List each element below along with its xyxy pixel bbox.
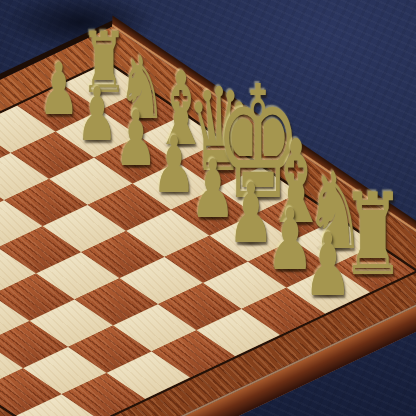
piece-white-pawn-d2: ♟ <box>152 125 196 203</box>
pieces-layer: ♜♞♝♛♚♝♞♜♟♟♟♟♟♟♟♟ <box>0 0 416 416</box>
piece-white-pawn-c2: ♟ <box>114 101 156 177</box>
piece-white-pawn-b2: ♟ <box>77 77 118 151</box>
piece-white-pawn-h2: ♟ <box>304 222 352 309</box>
piece-white-pawn-a2: ♟ <box>39 53 79 125</box>
chessboard-photo-scene: ♜♞♝♛♚♝♞♜♟♟♟♟♟♟♟♟ <box>0 0 416 416</box>
